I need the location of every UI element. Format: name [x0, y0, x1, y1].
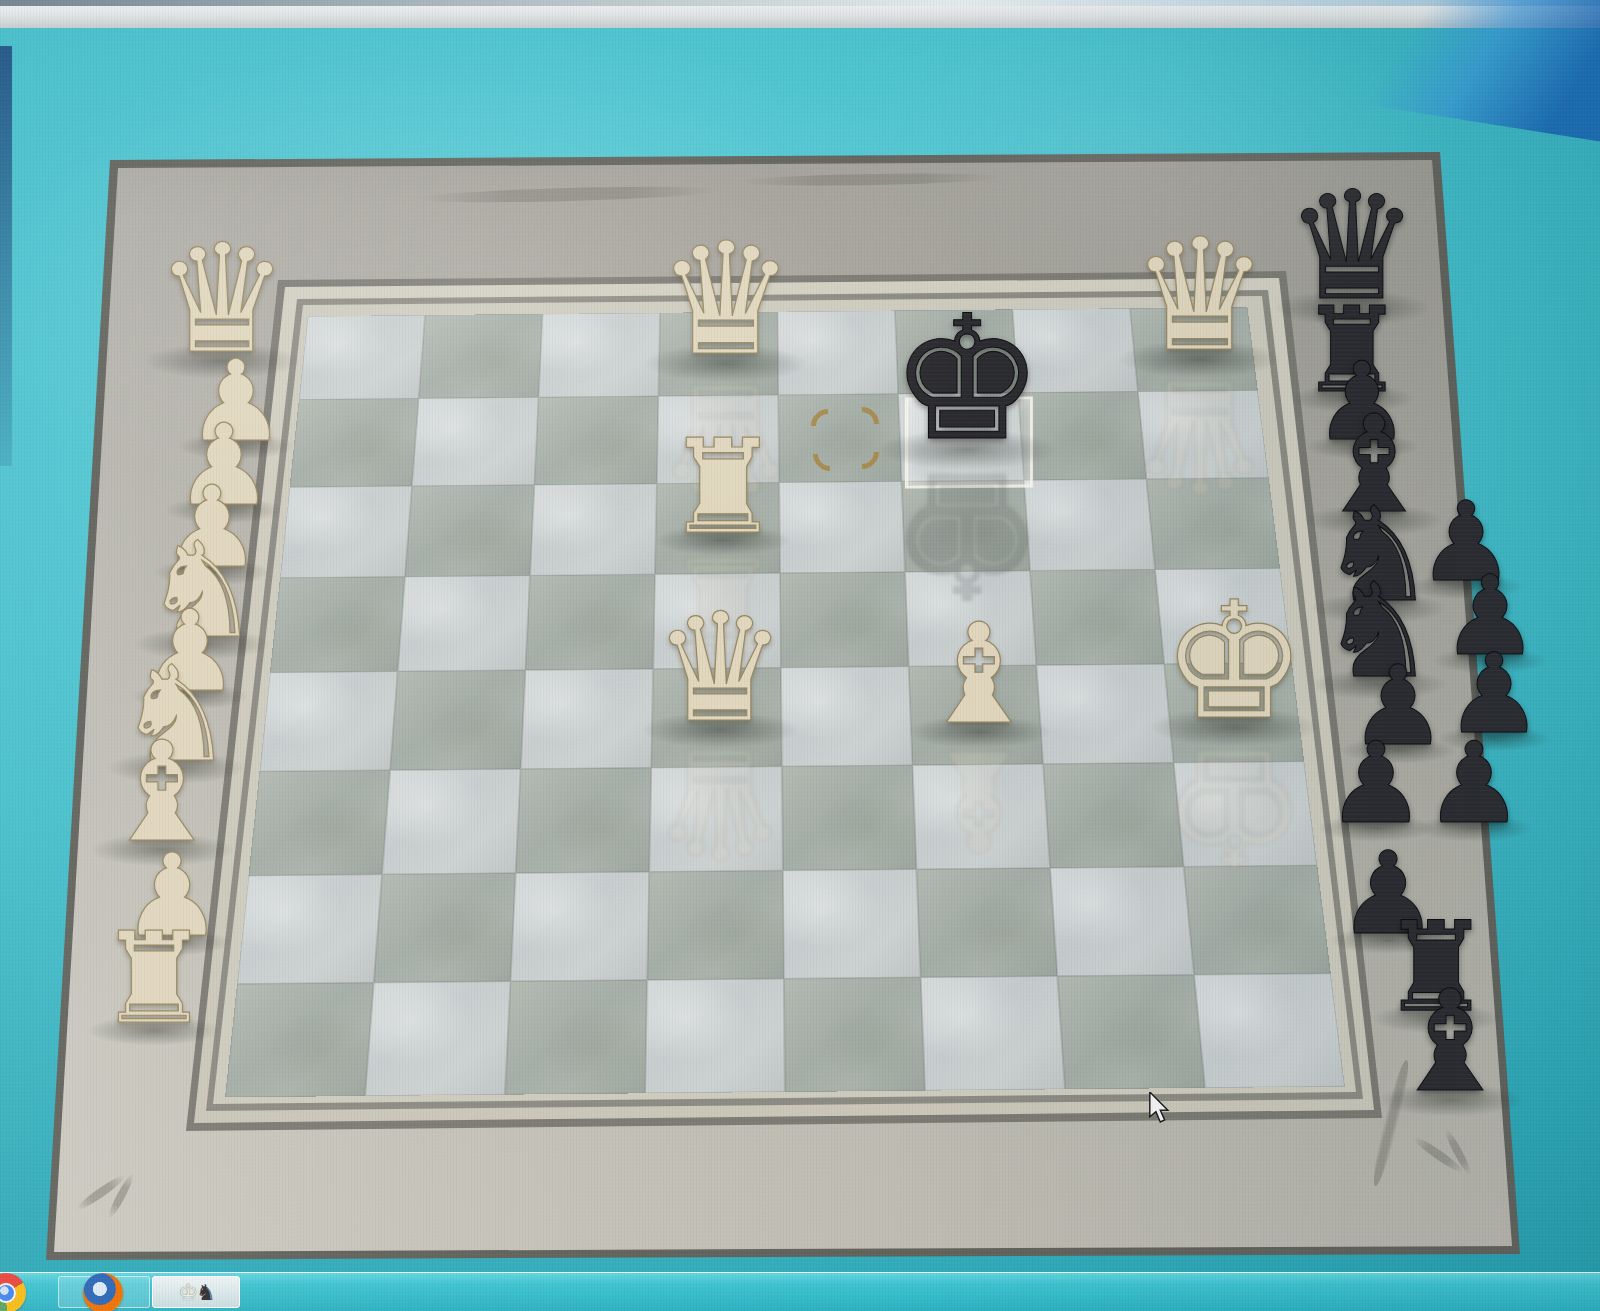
chrome-icon — [0, 1273, 26, 1311]
windows-taskbar: ♔♞ — [0, 1272, 1600, 1311]
screen-left-bezel-reflection — [0, 46, 12, 466]
square-c2[interactable] — [510, 871, 649, 981]
square-a5[interactable] — [270, 577, 405, 673]
taskbar-button-chess-titans[interactable]: ♔♞ — [152, 1276, 240, 1308]
square-b4[interactable] — [390, 670, 525, 770]
piece-white-queen-d8[interactable]: ♛♛ — [657, 222, 796, 377]
piece-reflection: ♝ — [917, 730, 1041, 868]
captured-black-pawn: ♟ — [1424, 727, 1524, 839]
square-e2[interactable] — [783, 869, 921, 979]
square-f1[interactable] — [921, 976, 1065, 1091]
square-c6[interactable] — [530, 483, 657, 575]
square-a8[interactable] — [299, 315, 425, 400]
square-c3[interactable] — [516, 768, 652, 873]
square-b1[interactable] — [365, 981, 510, 1096]
square-g5[interactable] — [1030, 569, 1164, 665]
square-b6[interactable] — [405, 485, 534, 577]
piece-glyph: ♝ — [1387, 972, 1513, 1112]
captured-white-rook: ♜ — [98, 916, 211, 1042]
square-c8[interactable] — [539, 313, 660, 398]
desktop-photo: ♛♛♛♛♚♚♜♜♛♛♝♝♚♚ ♛♟♟♟♞♟♞♝♟♜ ♛♜♟♝♞♟♞♟♟♟♟♟♟♜… — [0, 0, 1600, 1311]
taskbar-button-chrome[interactable] — [0, 1276, 38, 1308]
piece-white-queen-d4[interactable]: ♛♛ — [653, 593, 787, 743]
square-b8[interactable] — [419, 314, 543, 399]
square-e3[interactable] — [782, 765, 917, 870]
square-e1[interactable] — [784, 977, 925, 1092]
piece-glyph: ♜ — [98, 916, 211, 1042]
square-b7[interactable] — [412, 397, 539, 485]
piece-black-king-f7[interactable]: ♚♚ — [890, 293, 1044, 465]
square-b3[interactable] — [382, 769, 521, 874]
taskbar-button-firefox[interactable] — [58, 1276, 150, 1308]
square-f2[interactable] — [916, 868, 1057, 978]
chess-titans-icon-knight: ♞ — [196, 1280, 214, 1305]
firefox-icon — [83, 1273, 123, 1311]
square-c4[interactable] — [521, 669, 654, 769]
square-a2[interactable] — [237, 874, 382, 984]
square-g1[interactable] — [1057, 975, 1205, 1090]
piece-glyph: ♟ — [1326, 727, 1426, 839]
piece-reflection: ♛ — [1131, 358, 1270, 513]
square-c7[interactable] — [534, 396, 658, 484]
piece-white-king-h4[interactable]: ♚♚ — [1161, 580, 1306, 742]
square-b2[interactable] — [374, 873, 516, 983]
square-a7[interactable] — [290, 399, 419, 487]
screen-corner-reflection — [1290, 0, 1600, 146]
captured-black-pawn: ♟ — [1326, 727, 1426, 839]
last-move-origin-marker — [809, 407, 881, 473]
square-c5[interactable] — [525, 574, 655, 670]
piece-white-bishop-f4[interactable]: ♝♝ — [917, 606, 1041, 744]
mouse-cursor — [1148, 1092, 1172, 1124]
captured-black-bishop: ♝ — [1387, 972, 1513, 1112]
chess-titans-icon: ♔ — [178, 1280, 196, 1305]
piece-reflection: ♛ — [653, 728, 787, 878]
square-d1[interactable] — [645, 978, 785, 1093]
piece-white-queen-h8[interactable]: ♛♛ — [1131, 218, 1270, 373]
piece-glyph: ♟ — [1424, 727, 1524, 839]
square-g4[interactable] — [1036, 664, 1173, 764]
piece-white-rook-d6[interactable]: ♜♜ — [665, 422, 782, 552]
square-e6[interactable] — [779, 481, 905, 573]
square-b5[interactable] — [398, 575, 530, 671]
square-e4[interactable] — [781, 666, 913, 766]
piece-reflection: ♚ — [1161, 726, 1306, 888]
square-a1[interactable] — [225, 982, 374, 1097]
square-c1[interactable] — [505, 980, 647, 1095]
square-a4[interactable] — [259, 671, 397, 771]
square-h1[interactable] — [1194, 973, 1345, 1088]
square-a3[interactable] — [249, 770, 391, 875]
square-a6[interactable] — [280, 486, 412, 578]
